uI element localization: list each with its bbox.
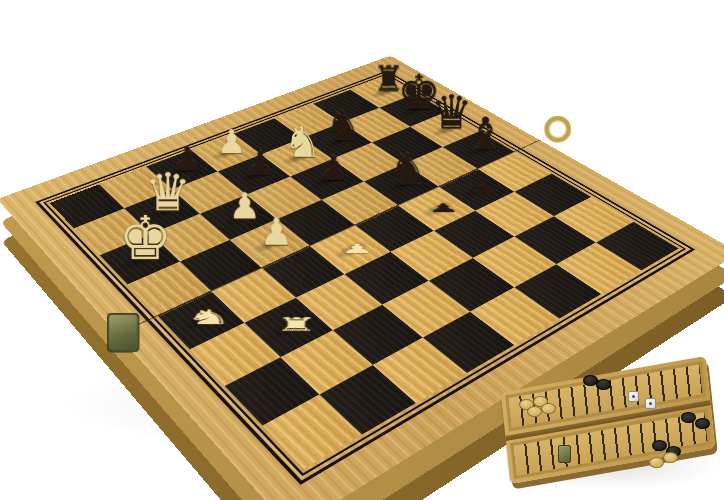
product-photo-stage: ♟♟♜♛♟♞♞♚♚♟♟♛♟♞♝♞♟♟♟♜ xyxy=(0,0,724,500)
black-pawn[interactable]: ♟ xyxy=(415,203,471,213)
dark-checker[interactable] xyxy=(681,412,696,423)
black-pawn[interactable]: ♟ xyxy=(307,154,360,184)
black-bishop[interactable]: ♝ xyxy=(460,115,511,154)
hinge-ring[interactable] xyxy=(544,116,571,143)
black-pawn[interactable]: ♟ xyxy=(456,184,511,194)
white-king[interactable]: ♚ xyxy=(116,211,175,264)
white-rook[interactable]: ♜ xyxy=(264,317,328,333)
backgammon-clasp[interactable] xyxy=(558,445,571,463)
white-pawn[interactable]: ♟ xyxy=(247,216,305,249)
piece-shadow xyxy=(177,306,228,335)
backgammon-tray xyxy=(498,358,724,500)
square-a3[interactable] xyxy=(515,174,592,217)
clasp-latch[interactable] xyxy=(107,313,140,353)
square-d1[interactable] xyxy=(470,287,559,345)
white-pawn[interactable]: ♟ xyxy=(328,243,386,255)
die[interactable] xyxy=(645,398,656,409)
die[interactable] xyxy=(628,391,639,402)
square-f1[interactable] xyxy=(373,338,467,403)
light-checker[interactable] xyxy=(663,452,678,463)
black-pawn[interactable]: ♟ xyxy=(234,149,287,179)
square-c5[interactable]: ♞ xyxy=(364,164,439,205)
square-g1[interactable] xyxy=(320,365,417,435)
dark-checker[interactable] xyxy=(695,418,710,429)
square-h6[interactable]: ♚ xyxy=(100,234,180,284)
square-h8[interactable] xyxy=(50,184,125,228)
square-d3[interactable] xyxy=(391,231,473,281)
square-f3[interactable] xyxy=(296,274,382,330)
light-checker[interactable] xyxy=(649,457,664,468)
square-h2[interactable] xyxy=(225,357,320,425)
square-g3[interactable]: ♜ xyxy=(245,298,334,357)
black-knight[interactable]: ♞ xyxy=(382,149,435,188)
